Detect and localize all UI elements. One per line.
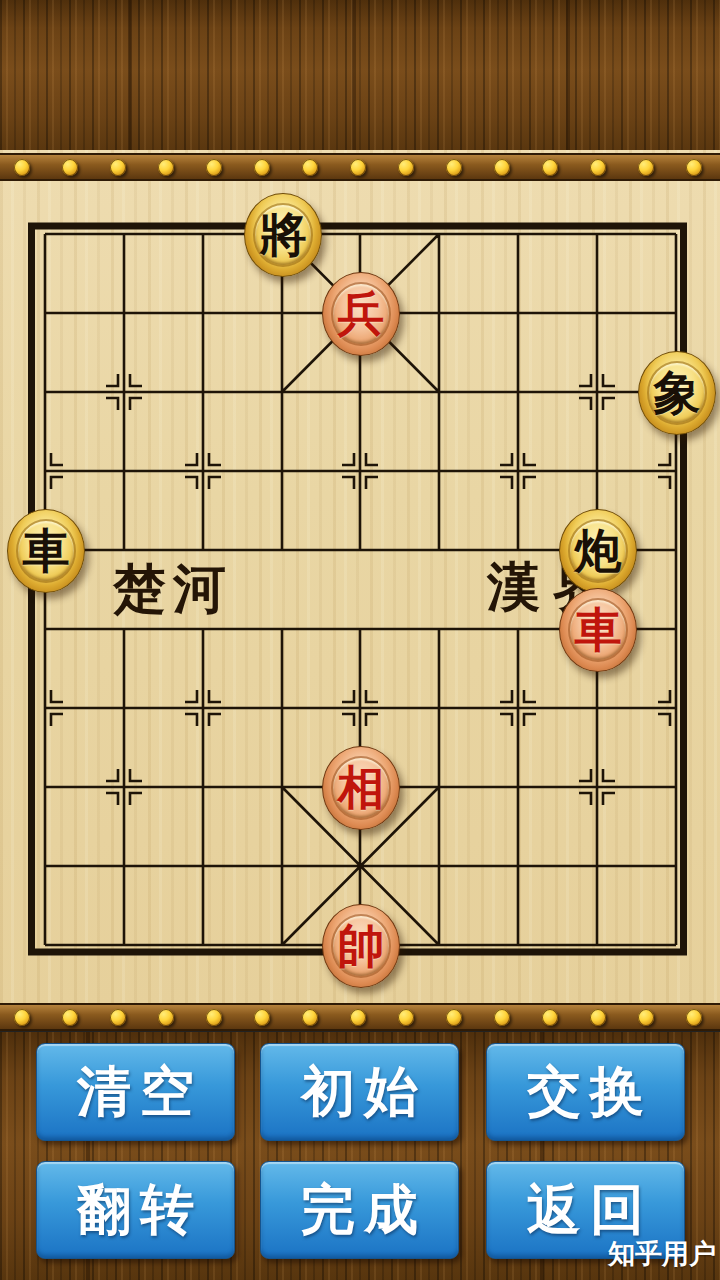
stud-icon bbox=[254, 1009, 270, 1026]
stud-icon bbox=[686, 159, 702, 176]
black-cannon[interactable]: 炮 bbox=[559, 509, 637, 593]
stud-icon bbox=[206, 1009, 222, 1026]
red-chariot-glyph: 車 bbox=[575, 606, 622, 653]
stud-icon bbox=[398, 159, 414, 176]
stud-icon bbox=[14, 159, 30, 176]
stud-icon bbox=[638, 159, 654, 176]
stud-icon bbox=[590, 159, 606, 176]
top-wood-panel bbox=[0, 0, 720, 155]
black-chariot[interactable]: 車 bbox=[7, 509, 85, 593]
stud-icon bbox=[686, 1009, 702, 1026]
wood-seam bbox=[352, 0, 356, 155]
black-general[interactable]: 將 bbox=[244, 193, 322, 277]
red-elephant[interactable]: 相 bbox=[322, 746, 400, 830]
red-general[interactable]: 帥 bbox=[322, 904, 400, 988]
stud-icon bbox=[110, 159, 126, 176]
wood-seam bbox=[566, 0, 570, 155]
stud-icon bbox=[638, 1009, 654, 1026]
button-swap[interactable]: 交换 bbox=[486, 1043, 685, 1141]
black-elephant[interactable]: 象 bbox=[638, 351, 716, 435]
stud-icon bbox=[158, 159, 174, 176]
black-general-glyph: 將 bbox=[260, 211, 307, 258]
black-chariot-glyph: 車 bbox=[23, 527, 70, 574]
top-stud-rail bbox=[0, 153, 720, 181]
xiangqi-editor-screen: 楚河 漢界 將兵象車炮車相帥 清空 初始 交换 翻转 完成 返回 知乎用户 bbox=[0, 0, 720, 1280]
wood-seam bbox=[128, 0, 132, 155]
stud-icon bbox=[302, 1009, 318, 1026]
stud-icon bbox=[158, 1009, 174, 1026]
stud-icon bbox=[350, 1009, 366, 1026]
stud-icon bbox=[254, 159, 270, 176]
stud-icon bbox=[110, 1009, 126, 1026]
red-soldier[interactable]: 兵 bbox=[322, 272, 400, 356]
stud-icon bbox=[446, 1009, 462, 1026]
stud-icon bbox=[62, 1009, 78, 1026]
black-cannon-glyph: 炮 bbox=[575, 527, 622, 574]
red-chariot[interactable]: 車 bbox=[559, 588, 637, 672]
stud-icon bbox=[62, 159, 78, 176]
stud-icon bbox=[350, 159, 366, 176]
stud-icon bbox=[542, 1009, 558, 1026]
watermark: 知乎用户 bbox=[608, 1236, 716, 1272]
red-general-glyph: 帥 bbox=[338, 922, 385, 969]
button-clear[interactable]: 清空 bbox=[36, 1043, 235, 1141]
stud-icon bbox=[446, 159, 462, 176]
stud-icon bbox=[206, 159, 222, 176]
red-soldier-glyph: 兵 bbox=[338, 290, 385, 337]
button-flip[interactable]: 翻转 bbox=[36, 1161, 235, 1259]
river-label-left: 楚河 bbox=[113, 562, 233, 615]
stud-icon bbox=[590, 1009, 606, 1026]
red-elephant-glyph: 相 bbox=[338, 764, 385, 811]
button-done[interactable]: 完成 bbox=[260, 1161, 459, 1259]
stud-icon bbox=[494, 159, 510, 176]
stud-icon bbox=[14, 1009, 30, 1026]
button-initial[interactable]: 初始 bbox=[260, 1043, 459, 1141]
stud-icon bbox=[494, 1009, 510, 1026]
stud-icon bbox=[542, 159, 558, 176]
black-elephant-glyph: 象 bbox=[654, 369, 701, 416]
stud-icon bbox=[398, 1009, 414, 1026]
stud-icon bbox=[302, 159, 318, 176]
bottom-stud-rail bbox=[0, 1003, 720, 1031]
